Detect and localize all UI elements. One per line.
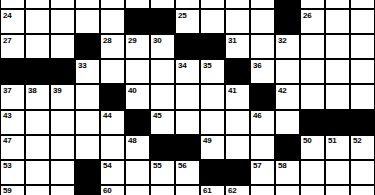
cell-r6c5[interactable]: 48: [126, 136, 149, 159]
cell-r2c4[interactable]: 28: [101, 35, 124, 58]
cell-r7c7[interactable]: 56: [176, 161, 199, 184]
clue-number-45: 45: [153, 111, 161, 120]
cell-r0c13[interactable]: [326, 0, 349, 8]
cell-r5c8[interactable]: [201, 111, 224, 134]
cell-r8c2[interactable]: [51, 186, 74, 195]
cell-r8c12[interactable]: [301, 186, 324, 195]
cell-r7c1[interactable]: [26, 161, 49, 184]
cell-r3c14[interactable]: [351, 60, 374, 83]
cell-r4c13[interactable]: [326, 85, 349, 108]
cell-r5c11[interactable]: [276, 111, 299, 134]
clue-number-35: 35: [203, 61, 211, 70]
cell-r0c12[interactable]: [301, 0, 324, 8]
clue-number-24: 24: [3, 11, 11, 20]
cell-r1c9[interactable]: [226, 10, 249, 33]
black-cell-r6c7: [176, 136, 199, 159]
clue-number-59: 59: [3, 186, 11, 195]
cell-r8c1[interactable]: [26, 186, 49, 195]
cell-r6c4[interactable]: [101, 136, 124, 159]
black-cell-r3c1: [26, 60, 49, 83]
cell-r7c13[interactable]: [326, 161, 349, 184]
cell-r5c4[interactable]: 44: [101, 111, 124, 134]
black-cell-r1c11: [276, 10, 299, 33]
cell-r5c1[interactable]: [26, 111, 49, 134]
cell-r3c8[interactable]: 35: [201, 60, 224, 83]
cell-r8c5[interactable]: [126, 186, 149, 195]
cell-r7c0[interactable]: 53: [1, 161, 24, 184]
cell-r1c8[interactable]: [201, 10, 224, 33]
cell-r6c10[interactable]: [251, 136, 274, 159]
cell-r0c4[interactable]: [101, 0, 124, 8]
cell-r1c7[interactable]: 25: [176, 10, 199, 33]
cell-r8c8[interactable]: 61: [201, 186, 224, 195]
clue-number-42: 42: [278, 86, 286, 95]
cell-r2c11[interactable]: 32: [276, 35, 299, 58]
clue-number-56: 56: [178, 161, 186, 170]
clue-number-62: 62: [228, 186, 236, 195]
black-cell-r0c11: [276, 0, 299, 8]
cell-r4c8[interactable]: [201, 85, 224, 108]
clue-number-49: 49: [203, 136, 211, 145]
cell-r5c7[interactable]: [176, 111, 199, 134]
clue-number-58: 58: [278, 161, 286, 170]
cell-r0c9[interactable]: [226, 0, 249, 8]
cell-r6c2[interactable]: [51, 136, 74, 159]
clue-number-52: 52: [353, 136, 361, 145]
clue-number-55: 55: [153, 161, 161, 170]
cell-r5c6[interactable]: 45: [151, 111, 174, 134]
cell-r4c9[interactable]: 41: [226, 85, 249, 108]
cell-r4c0[interactable]: 37: [1, 85, 24, 108]
black-cell-r2c7: [176, 35, 199, 58]
cell-r2c10[interactable]: [251, 35, 274, 58]
cell-r5c10[interactable]: 46: [251, 111, 274, 134]
cell-r6c0[interactable]: 47: [1, 136, 24, 159]
cell-r3c13[interactable]: [326, 60, 349, 83]
cell-r6c3[interactable]: [76, 136, 99, 159]
clue-number-37: 37: [3, 86, 11, 95]
cell-r6c12[interactable]: 50: [301, 136, 324, 159]
cell-r7c10[interactable]: 57: [251, 161, 274, 184]
crossword-grid: 2425262728293031323334353637383940414243…: [0, 0, 375, 195]
cell-r4c1[interactable]: 38: [26, 85, 49, 108]
black-cell-r5c12: [301, 111, 324, 134]
cell-r8c0[interactable]: 59: [1, 186, 24, 195]
cell-r4c7[interactable]: [176, 85, 199, 108]
cell-r5c0[interactable]: 43: [1, 111, 24, 134]
clue-number-57: 57: [253, 161, 261, 170]
cell-r7c11[interactable]: 58: [276, 161, 299, 184]
clue-number-50: 50: [303, 136, 311, 145]
cell-r7c6[interactable]: 55: [151, 161, 174, 184]
cell-r1c3[interactable]: [76, 10, 99, 33]
cell-r1c12[interactable]: 26: [301, 10, 324, 33]
cell-r3c5[interactable]: [126, 60, 149, 83]
black-cell-r5c14: [351, 111, 374, 134]
clue-number-27: 27: [3, 36, 11, 45]
cell-r3c6[interactable]: [151, 60, 174, 83]
black-cell-r3c2: [51, 60, 74, 83]
black-cell-r7c8: [201, 161, 224, 184]
clue-number-41: 41: [228, 86, 236, 95]
cell-r7c4[interactable]: 54: [101, 161, 124, 184]
cell-r6c13[interactable]: 51: [326, 136, 349, 159]
clue-number-32: 32: [278, 36, 286, 45]
black-cell-r8c3: [76, 186, 99, 195]
cell-r7c14[interactable]: [351, 161, 374, 184]
black-cell-r2c8: [201, 35, 224, 58]
cell-r0c2[interactable]: [51, 0, 74, 8]
black-cell-r4c10: [251, 85, 274, 108]
clue-number-47: 47: [3, 136, 11, 145]
clue-number-48: 48: [128, 136, 136, 145]
cell-r2c2[interactable]: [51, 35, 74, 58]
cell-r0c7[interactable]: [176, 0, 199, 8]
clue-number-40: 40: [128, 86, 136, 95]
cell-r8c11[interactable]: [276, 186, 299, 195]
clue-number-31: 31: [228, 36, 236, 45]
cell-r1c2[interactable]: [51, 10, 74, 33]
clue-number-53: 53: [3, 161, 11, 170]
cell-r4c11[interactable]: 42: [276, 85, 299, 108]
cell-r4c14[interactable]: [351, 85, 374, 108]
clue-number-43: 43: [3, 111, 11, 120]
black-cell-r2c3: [76, 35, 99, 58]
cell-r0c10[interactable]: [251, 0, 274, 8]
cell-r1c10[interactable]: [251, 10, 274, 33]
cell-r8c4[interactable]: 60: [101, 186, 124, 195]
black-cell-r1c5: [126, 10, 149, 33]
cell-r8c7[interactable]: [176, 186, 199, 195]
clue-number-26: 26: [303, 11, 311, 20]
cell-r0c8[interactable]: [201, 0, 224, 8]
clue-number-33: 33: [78, 61, 86, 70]
cell-r4c3[interactable]: [76, 85, 99, 108]
clue-number-29: 29: [128, 36, 136, 45]
black-cell-r3c0: [1, 60, 24, 83]
cell-r2c0[interactable]: 27: [1, 35, 24, 58]
cell-r7c2[interactable]: [51, 161, 74, 184]
cell-r8c6[interactable]: [151, 186, 174, 195]
black-cell-r7c9: [226, 161, 249, 184]
cell-r3c12[interactable]: [301, 60, 324, 83]
cell-r8c9[interactable]: 62: [226, 186, 249, 195]
cell-r6c8[interactable]: 49: [201, 136, 224, 159]
cell-r3c10[interactable]: 36: [251, 60, 274, 83]
cell-r3c3[interactable]: 33: [76, 60, 99, 83]
cell-r3c4[interactable]: [101, 60, 124, 83]
cell-r3c7[interactable]: 34: [176, 60, 199, 83]
cell-r7c12[interactable]: [301, 161, 324, 184]
clue-number-34: 34: [178, 61, 186, 70]
cell-r2c14[interactable]: [351, 35, 374, 58]
black-cell-r6c11: [276, 136, 299, 159]
black-cell-r3c9: [226, 60, 249, 83]
cell-r1c0[interactable]: 24: [1, 10, 24, 33]
cell-r2c6[interactable]: 30: [151, 35, 174, 58]
clue-number-51: 51: [328, 136, 336, 145]
clue-number-38: 38: [28, 86, 36, 95]
cell-r6c9[interactable]: [226, 136, 249, 159]
clue-number-30: 30: [153, 36, 161, 45]
cell-r0c14[interactable]: [351, 0, 374, 8]
clue-number-25: 25: [178, 11, 186, 20]
cell-r2c5[interactable]: 29: [126, 35, 149, 58]
cell-r4c5[interactable]: 40: [126, 85, 149, 108]
cell-r5c2[interactable]: [51, 111, 74, 134]
clue-number-54: 54: [103, 161, 111, 170]
cell-r4c2[interactable]: 39: [51, 85, 74, 108]
black-cell-r1c6: [151, 10, 174, 33]
cell-r0c1[interactable]: [26, 0, 49, 8]
black-cell-r5c5: [126, 111, 149, 134]
clue-number-60: 60: [103, 186, 111, 195]
cell-r5c3[interactable]: [76, 111, 99, 134]
cell-r1c4[interactable]: [101, 10, 124, 33]
cell-r0c0[interactable]: [1, 0, 24, 8]
clue-number-28: 28: [103, 36, 111, 45]
cell-r8c14[interactable]: [351, 186, 374, 195]
cell-r3c11[interactable]: [276, 60, 299, 83]
clue-number-44: 44: [103, 111, 111, 120]
black-cell-r5c13: [326, 111, 349, 134]
clue-number-46: 46: [253, 111, 261, 120]
cell-r0c6[interactable]: [151, 0, 174, 8]
cell-r4c12[interactable]: [301, 85, 324, 108]
cell-r6c1[interactable]: [26, 136, 49, 159]
cell-r4c6[interactable]: [151, 85, 174, 108]
cell-r6c14[interactable]: 52: [351, 136, 374, 159]
black-cell-r7c3: [76, 161, 99, 184]
cell-r2c9[interactable]: 31: [226, 35, 249, 58]
cell-r2c13[interactable]: [326, 35, 349, 58]
clue-number-61: 61: [203, 186, 211, 195]
cell-r8c13[interactable]: [326, 186, 349, 195]
clue-number-39: 39: [53, 86, 61, 95]
cell-r1c13[interactable]: [326, 10, 349, 33]
cell-r0c3[interactable]: [76, 0, 99, 8]
cell-r0c5[interactable]: [126, 0, 149, 8]
crossword-board: 2425262728293031323334353637383940414243…: [0, 0, 375, 195]
cell-r2c1[interactable]: [26, 35, 49, 58]
black-cell-r6c6: [151, 136, 174, 159]
cell-r5c9[interactable]: [226, 111, 249, 134]
cell-r8c10[interactable]: [251, 186, 274, 195]
cell-r2c12[interactable]: [301, 35, 324, 58]
cell-r7c5[interactable]: [126, 161, 149, 184]
cell-r1c14[interactable]: [351, 10, 374, 33]
clue-number-36: 36: [253, 61, 261, 70]
black-cell-r4c4: [101, 85, 124, 108]
cell-r1c1[interactable]: [26, 10, 49, 33]
